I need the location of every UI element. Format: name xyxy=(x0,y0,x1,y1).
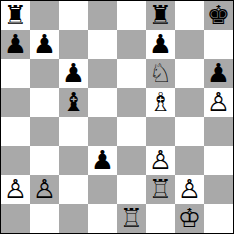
square-e3[interactable] xyxy=(117,146,146,175)
chess-board: ♜♜♚♟♟♟♟♘♟♝♗♙♟♙♙♙♖♙♖♔ xyxy=(1,1,233,233)
square-h4[interactable] xyxy=(204,117,233,146)
square-a7[interactable]: ♟ xyxy=(1,30,30,59)
white-knight-icon: ♘ xyxy=(149,59,172,88)
square-e7[interactable] xyxy=(117,30,146,59)
black-king-icon: ♚ xyxy=(207,1,230,30)
square-d6[interactable] xyxy=(88,59,117,88)
square-c8[interactable] xyxy=(59,1,88,30)
square-h3[interactable] xyxy=(204,146,233,175)
square-g4[interactable] xyxy=(175,117,204,146)
square-h6[interactable]: ♟ xyxy=(204,59,233,88)
white-pawn-icon: ♙ xyxy=(149,146,172,175)
square-c6[interactable]: ♟ xyxy=(59,59,88,88)
square-a8[interactable]: ♜ xyxy=(1,1,30,30)
square-f5[interactable]: ♗ xyxy=(146,88,175,117)
square-e8[interactable] xyxy=(117,1,146,30)
square-b3[interactable] xyxy=(30,146,59,175)
square-b5[interactable] xyxy=(30,88,59,117)
square-g3[interactable] xyxy=(175,146,204,175)
square-b1[interactable] xyxy=(30,204,59,233)
square-a2[interactable]: ♙ xyxy=(1,175,30,204)
square-f2[interactable]: ♖ xyxy=(146,175,175,204)
black-pawn-icon: ♟ xyxy=(91,146,114,175)
square-h1[interactable] xyxy=(204,204,233,233)
square-c2[interactable] xyxy=(59,175,88,204)
square-e4[interactable] xyxy=(117,117,146,146)
square-g1[interactable]: ♔ xyxy=(175,204,204,233)
square-e6[interactable] xyxy=(117,59,146,88)
square-h5[interactable]: ♙ xyxy=(204,88,233,117)
square-d2[interactable] xyxy=(88,175,117,204)
square-d4[interactable] xyxy=(88,117,117,146)
square-g2[interactable]: ♙ xyxy=(175,175,204,204)
square-c4[interactable] xyxy=(59,117,88,146)
square-b4[interactable] xyxy=(30,117,59,146)
square-b8[interactable] xyxy=(30,1,59,30)
square-f1[interactable] xyxy=(146,204,175,233)
black-pawn-icon: ♟ xyxy=(4,30,27,59)
square-d3[interactable]: ♟ xyxy=(88,146,117,175)
square-f7[interactable]: ♟ xyxy=(146,30,175,59)
black-rook-icon: ♜ xyxy=(149,1,172,30)
square-h8[interactable]: ♚ xyxy=(204,1,233,30)
white-bishop-icon: ♗ xyxy=(149,88,172,117)
black-pawn-icon: ♟ xyxy=(149,30,172,59)
square-a1[interactable] xyxy=(1,204,30,233)
square-b6[interactable] xyxy=(30,59,59,88)
white-rook-icon: ♖ xyxy=(120,204,143,233)
white-pawn-icon: ♙ xyxy=(4,175,27,204)
square-a3[interactable] xyxy=(1,146,30,175)
square-f6[interactable]: ♘ xyxy=(146,59,175,88)
black-pawn-icon: ♟ xyxy=(33,30,56,59)
square-f4[interactable] xyxy=(146,117,175,146)
white-king-icon: ♔ xyxy=(178,204,201,233)
white-rook-icon: ♖ xyxy=(149,175,172,204)
black-pawn-icon: ♟ xyxy=(207,59,230,88)
white-pawn-icon: ♙ xyxy=(207,88,230,117)
square-b2[interactable]: ♙ xyxy=(30,175,59,204)
black-rook-icon: ♜ xyxy=(4,1,27,30)
square-c3[interactable] xyxy=(59,146,88,175)
square-a5[interactable] xyxy=(1,88,30,117)
square-g5[interactable] xyxy=(175,88,204,117)
square-d8[interactable] xyxy=(88,1,117,30)
square-e2[interactable] xyxy=(117,175,146,204)
square-d7[interactable] xyxy=(88,30,117,59)
square-e5[interactable] xyxy=(117,88,146,117)
square-d5[interactable] xyxy=(88,88,117,117)
black-pawn-icon: ♟ xyxy=(62,59,85,88)
black-bishop-icon: ♝ xyxy=(62,88,85,117)
square-c1[interactable] xyxy=(59,204,88,233)
square-a4[interactable] xyxy=(1,117,30,146)
square-h7[interactable] xyxy=(204,30,233,59)
square-e1[interactable]: ♖ xyxy=(117,204,146,233)
square-g8[interactable] xyxy=(175,1,204,30)
square-f8[interactable]: ♜ xyxy=(146,1,175,30)
board-frame: ♜♜♚♟♟♟♟♘♟♝♗♙♟♙♙♙♖♙♖♔ xyxy=(0,0,234,234)
square-c7[interactable] xyxy=(59,30,88,59)
square-d1[interactable] xyxy=(88,204,117,233)
square-a6[interactable] xyxy=(1,59,30,88)
white-pawn-icon: ♙ xyxy=(178,175,201,204)
white-pawn-icon: ♙ xyxy=(33,175,56,204)
square-h2[interactable] xyxy=(204,175,233,204)
square-g6[interactable] xyxy=(175,59,204,88)
square-g7[interactable] xyxy=(175,30,204,59)
square-c5[interactable]: ♝ xyxy=(59,88,88,117)
square-f3[interactable]: ♙ xyxy=(146,146,175,175)
square-b7[interactable]: ♟ xyxy=(30,30,59,59)
